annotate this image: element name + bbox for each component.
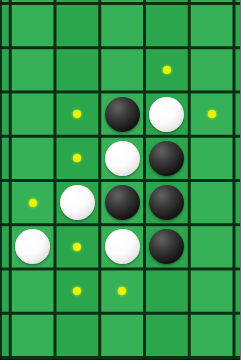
legal-move-hint bbox=[163, 66, 171, 74]
white-disc bbox=[105, 141, 140, 176]
cell-r1-c4[interactable] bbox=[143, 46, 188, 90]
cell-r4-c3[interactable] bbox=[98, 179, 143, 223]
othello-board bbox=[0, 0, 240, 360]
cell-r5-c6[interactable] bbox=[233, 223, 241, 267]
cell-r3-c4[interactable] bbox=[143, 135, 188, 179]
cell-r3-c6[interactable] bbox=[233, 135, 241, 179]
cell-r7-c2[interactable] bbox=[54, 312, 99, 356]
black-disc bbox=[105, 185, 140, 220]
black-disc bbox=[149, 185, 184, 220]
cell-r2-c1[interactable] bbox=[9, 91, 54, 135]
white-disc bbox=[60, 185, 95, 220]
cell-r0-c4[interactable] bbox=[143, 2, 188, 46]
cell-r0-c6[interactable] bbox=[233, 2, 241, 46]
cell-r3-c5[interactable] bbox=[188, 135, 233, 179]
black-disc bbox=[105, 97, 140, 132]
white-disc bbox=[149, 97, 184, 132]
cell-r4-c6[interactable] bbox=[233, 179, 241, 223]
cell-r3-c3[interactable] bbox=[98, 135, 143, 179]
cell-r5-c3[interactable] bbox=[98, 223, 143, 267]
cell-r6-c2[interactable] bbox=[54, 268, 99, 312]
legal-move-hint bbox=[208, 110, 216, 118]
black-disc bbox=[149, 229, 184, 264]
cell-r1-c2[interactable] bbox=[54, 46, 99, 90]
cell-r5-c1[interactable] bbox=[9, 223, 54, 267]
cell-r2-c5[interactable] bbox=[188, 91, 233, 135]
cell-r6-c5[interactable] bbox=[188, 268, 233, 312]
cell-r2-c6[interactable] bbox=[233, 91, 241, 135]
cell-r3-c1[interactable] bbox=[9, 135, 54, 179]
legal-move-hint bbox=[73, 110, 81, 118]
cell-r7-c3[interactable] bbox=[98, 312, 143, 356]
cell-r6-c3[interactable] bbox=[98, 268, 143, 312]
cell-r6-c6[interactable] bbox=[233, 268, 241, 312]
cell-r5-c2[interactable] bbox=[54, 223, 99, 267]
legal-move-hint bbox=[29, 199, 37, 207]
cell-r5-c5[interactable] bbox=[188, 223, 233, 267]
cell-r1-c5[interactable] bbox=[188, 46, 233, 90]
cell-r6-c1[interactable] bbox=[9, 268, 54, 312]
legal-move-hint bbox=[73, 154, 81, 162]
cell-r2-c3[interactable] bbox=[98, 91, 143, 135]
othello-app-screen bbox=[0, 0, 240, 360]
white-disc bbox=[105, 229, 140, 264]
cell-r1-c6[interactable] bbox=[233, 46, 241, 90]
black-disc bbox=[149, 141, 184, 176]
cell-r4-c4[interactable] bbox=[143, 179, 188, 223]
cell-r1-c3[interactable] bbox=[98, 46, 143, 90]
cell-r5-c4[interactable] bbox=[143, 223, 188, 267]
cell-r2-c2[interactable] bbox=[54, 91, 99, 135]
cell-r0-c5[interactable] bbox=[188, 2, 233, 46]
legal-move-hint bbox=[118, 287, 126, 295]
cell-r7-c1[interactable] bbox=[9, 312, 54, 356]
cell-r7-c4[interactable] bbox=[143, 312, 188, 356]
cell-r4-c1[interactable] bbox=[9, 179, 54, 223]
white-disc bbox=[15, 229, 50, 264]
legal-move-hint bbox=[73, 243, 81, 251]
cell-r3-c2[interactable] bbox=[54, 135, 99, 179]
cell-r0-c2[interactable] bbox=[54, 2, 99, 46]
cell-r7-c6[interactable] bbox=[233, 312, 241, 356]
cell-r7-c5[interactable] bbox=[188, 312, 233, 356]
cell-r0-c3[interactable] bbox=[98, 2, 143, 46]
cell-r2-c4[interactable] bbox=[143, 91, 188, 135]
screen-left-edge bbox=[0, 0, 2, 360]
cell-r6-c4[interactable] bbox=[143, 268, 188, 312]
cell-r4-c5[interactable] bbox=[188, 179, 233, 223]
legal-move-hint bbox=[73, 287, 81, 295]
cell-r1-c1[interactable] bbox=[9, 46, 54, 90]
cell-r4-c2[interactable] bbox=[54, 179, 99, 223]
cell-r0-c1[interactable] bbox=[9, 2, 54, 46]
